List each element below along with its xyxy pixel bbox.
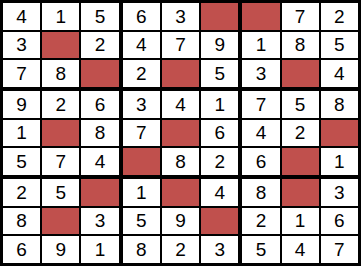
cell-r9c5[interactable]: 2 xyxy=(162,236,199,263)
cell-r5c7[interactable]: 4 xyxy=(242,120,279,147)
cell-r1c6[interactable] xyxy=(201,3,238,30)
cell-r8c1[interactable]: 8 xyxy=(3,208,40,235)
box-2-3: 7584261 xyxy=(242,91,358,175)
cell-r9c3[interactable]: 1 xyxy=(81,236,118,263)
cell-r7c7[interactable]: 8 xyxy=(242,179,279,206)
cell-r5c1[interactable]: 1 xyxy=(3,120,40,147)
cell-r1c7[interactable] xyxy=(242,3,279,30)
cell-r7c3[interactable] xyxy=(81,179,118,206)
box-2-1: 92618574 xyxy=(3,91,119,175)
cell-r6c6[interactable]: 2 xyxy=(201,148,238,175)
cell-r2c3[interactable]: 2 xyxy=(81,32,118,59)
box-2-2: 3417682 xyxy=(123,91,239,175)
cell-r1c4[interactable]: 6 xyxy=(123,3,160,30)
cell-r3c9[interactable]: 4 xyxy=(321,60,358,87)
cell-r1c8[interactable]: 7 xyxy=(282,3,319,30)
cell-r9c9[interactable]: 7 xyxy=(321,236,358,263)
cell-r5c6[interactable]: 6 xyxy=(201,120,238,147)
box-1-2: 6347925 xyxy=(123,3,239,87)
cell-r9c2[interactable]: 9 xyxy=(42,236,79,263)
cell-r7c9[interactable]: 3 xyxy=(321,179,358,206)
cell-r3c8[interactable] xyxy=(282,60,319,87)
cell-r2c4[interactable]: 4 xyxy=(123,32,160,59)
cell-r6c1[interactable]: 5 xyxy=(3,148,40,175)
cell-r4c4[interactable]: 3 xyxy=(123,91,160,118)
box-1-3: 7218534 xyxy=(242,3,358,87)
cell-r3c6[interactable]: 5 xyxy=(201,60,238,87)
cell-r9c8[interactable]: 4 xyxy=(282,236,319,263)
cell-r8c8[interactable]: 1 xyxy=(282,208,319,235)
cell-r1c3[interactable]: 5 xyxy=(81,3,118,30)
cell-r4c9[interactable]: 8 xyxy=(321,91,358,118)
cell-r5c8[interactable]: 2 xyxy=(282,120,319,147)
cell-r7c5[interactable] xyxy=(162,179,199,206)
cell-r5c9[interactable] xyxy=(321,120,358,147)
cell-r5c2[interactable] xyxy=(42,120,79,147)
cell-r9c6[interactable]: 3 xyxy=(201,236,238,263)
cell-r9c1[interactable]: 6 xyxy=(3,236,40,263)
cell-r4c7[interactable]: 7 xyxy=(242,91,279,118)
cell-r3c5[interactable] xyxy=(162,60,199,87)
cell-r1c2[interactable]: 1 xyxy=(42,3,79,30)
cell-r8c7[interactable]: 2 xyxy=(242,208,279,235)
cell-r2c8[interactable]: 8 xyxy=(282,32,319,59)
cell-r8c9[interactable]: 6 xyxy=(321,208,358,235)
cell-r2c5[interactable]: 7 xyxy=(162,32,199,59)
cell-r2c9[interactable]: 5 xyxy=(321,32,358,59)
cell-r1c9[interactable]: 2 xyxy=(321,3,358,30)
cell-r6c8[interactable] xyxy=(282,148,319,175)
cell-r3c7[interactable]: 3 xyxy=(242,60,279,87)
cell-r6c2[interactable]: 7 xyxy=(42,148,79,175)
cell-r3c4[interactable]: 2 xyxy=(123,60,160,87)
cell-r8c5[interactable]: 9 xyxy=(162,208,199,235)
cell-r2c2[interactable] xyxy=(42,32,79,59)
cell-r3c2[interactable]: 8 xyxy=(42,60,79,87)
cell-r8c6[interactable] xyxy=(201,208,238,235)
box-3-1: 2583691 xyxy=(3,179,119,263)
cell-r6c4[interactable] xyxy=(123,148,160,175)
box-3-3: 83216547 xyxy=(242,179,358,263)
cell-r6c3[interactable]: 4 xyxy=(81,148,118,175)
cell-r1c5[interactable]: 3 xyxy=(162,3,199,30)
cell-r8c2[interactable] xyxy=(42,208,79,235)
cell-r8c4[interactable]: 5 xyxy=(123,208,160,235)
cell-r7c2[interactable]: 5 xyxy=(42,179,79,206)
box-1-1: 4153278 xyxy=(3,3,119,87)
cell-r4c3[interactable]: 6 xyxy=(81,91,118,118)
cell-r8c3[interactable]: 3 xyxy=(81,208,118,235)
cell-r9c4[interactable]: 8 xyxy=(123,236,160,263)
cell-r5c3[interactable]: 8 xyxy=(81,120,118,147)
cell-r2c1[interactable]: 3 xyxy=(3,32,40,59)
cell-r2c7[interactable]: 1 xyxy=(242,32,279,59)
cell-r2c6[interactable]: 9 xyxy=(201,32,238,59)
cell-r7c8[interactable] xyxy=(282,179,319,206)
cell-r6c9[interactable]: 1 xyxy=(321,148,358,175)
cell-r9c7[interactable]: 5 xyxy=(242,236,279,263)
cell-r4c6[interactable]: 1 xyxy=(201,91,238,118)
box-3-2: 1459823 xyxy=(123,179,239,263)
sudoku-board: 4153278634792572185349261857434176827584… xyxy=(0,0,361,266)
cell-r7c4[interactable]: 1 xyxy=(123,179,160,206)
cell-r7c6[interactable]: 4 xyxy=(201,179,238,206)
cell-r3c1[interactable]: 7 xyxy=(3,60,40,87)
cell-r5c4[interactable]: 7 xyxy=(123,120,160,147)
cell-r1c1[interactable]: 4 xyxy=(3,3,40,30)
cell-r6c7[interactable]: 6 xyxy=(242,148,279,175)
cell-r6c5[interactable]: 8 xyxy=(162,148,199,175)
cell-r4c5[interactable]: 4 xyxy=(162,91,199,118)
cell-r4c2[interactable]: 2 xyxy=(42,91,79,118)
cell-r4c8[interactable]: 5 xyxy=(282,91,319,118)
cell-r7c1[interactable]: 2 xyxy=(3,179,40,206)
cell-r3c3[interactable] xyxy=(81,60,118,87)
cell-r5c5[interactable] xyxy=(162,120,199,147)
cell-r4c1[interactable]: 9 xyxy=(3,91,40,118)
